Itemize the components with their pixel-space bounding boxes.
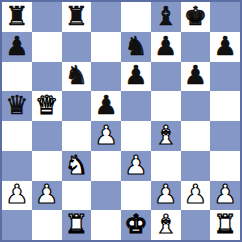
square-c5[interactable] [62,91,92,121]
square-f4[interactable]: ♝ [151,121,181,151]
white-pawn-b2[interactable]: ♟ [35,181,58,207]
square-a4[interactable] [2,121,32,151]
square-b1[interactable] [32,210,62,240]
square-d7[interactable] [91,32,121,62]
square-e2[interactable] [121,181,151,211]
black-knight-e7[interactable]: ♞ [124,33,147,59]
square-b7[interactable] [32,32,62,62]
square-c7[interactable] [62,32,92,62]
white-pawn-a2[interactable]: ♟ [5,181,28,207]
white-bishop-f4[interactable]: ♝ [154,122,177,148]
square-a8[interactable]: ♜ [2,2,32,32]
square-h2[interactable]: ♟ [210,181,240,211]
square-a7[interactable]: ♟ [2,32,32,62]
white-pawn-f2[interactable]: ♟ [154,181,177,207]
square-d6[interactable] [91,62,121,92]
square-e3[interactable]: ♟ [121,151,151,181]
black-pawn-h7[interactable]: ♟ [213,33,236,59]
square-f3[interactable] [151,151,181,181]
square-g7[interactable] [181,32,211,62]
square-e6[interactable]: ♟ [121,62,151,92]
square-c8[interactable]: ♜ [62,2,92,32]
square-c6[interactable]: ♞ [62,62,92,92]
square-g4[interactable] [181,121,211,151]
white-pawn-g2[interactable]: ♟ [184,181,207,207]
white-pawn-h2[interactable]: ♟ [213,181,236,207]
square-a5[interactable]: ♛ [2,91,32,121]
square-g3[interactable] [181,151,211,181]
white-knight-c3[interactable]: ♞ [65,152,88,178]
square-b4[interactable] [32,121,62,151]
square-a3[interactable] [2,151,32,181]
black-rook-a8[interactable]: ♜ [5,3,28,29]
white-bishop-f1[interactable]: ♝ [154,211,177,237]
square-d1[interactable] [91,210,121,240]
white-king-e1[interactable]: ♚ [124,211,147,237]
square-h7[interactable]: ♟ [210,32,240,62]
square-f8[interactable]: ♝ [151,2,181,32]
square-g2[interactable]: ♟ [181,181,211,211]
square-a1[interactable] [2,210,32,240]
black-king-g8[interactable]: ♚ [184,3,207,29]
square-g5[interactable] [181,91,211,121]
square-d5[interactable]: ♟ [91,91,121,121]
white-rook-c1[interactable]: ♜ [65,211,88,237]
square-f2[interactable]: ♟ [151,181,181,211]
square-d2[interactable] [91,181,121,211]
chess-board: ♜♜♝♚♟♞♟♟♞♟♟♛♛♟♟♝♞♟♟♟♟♟♟♜♚♝♜ [0,0,242,242]
square-g1[interactable] [181,210,211,240]
square-b8[interactable] [32,2,62,32]
square-c3[interactable]: ♞ [62,151,92,181]
black-pawn-a7[interactable]: ♟ [5,33,28,59]
square-d3[interactable] [91,151,121,181]
square-a2[interactable]: ♟ [2,181,32,211]
square-a6[interactable] [2,62,32,92]
square-f5[interactable] [151,91,181,121]
square-f1[interactable]: ♝ [151,210,181,240]
black-pawn-g6[interactable]: ♟ [184,62,207,88]
white-pawn-d4[interactable]: ♟ [94,122,117,148]
square-h6[interactable] [210,62,240,92]
board-grid: ♜♜♝♚♟♞♟♟♞♟♟♛♛♟♟♝♞♟♟♟♟♟♟♜♚♝♜ [2,2,240,240]
square-b3[interactable] [32,151,62,181]
black-queen-a5[interactable]: ♛ [5,92,28,118]
square-d4[interactable]: ♟ [91,121,121,151]
square-g8[interactable]: ♚ [181,2,211,32]
black-pawn-d5[interactable]: ♟ [94,92,117,118]
square-h5[interactable] [210,91,240,121]
square-c4[interactable] [62,121,92,151]
square-h4[interactable] [210,121,240,151]
square-b5[interactable]: ♛ [32,91,62,121]
white-pawn-e3[interactable]: ♟ [124,152,147,178]
square-h3[interactable] [210,151,240,181]
square-b6[interactable] [32,62,62,92]
square-h1[interactable]: ♜ [210,210,240,240]
square-e4[interactable] [121,121,151,151]
square-e5[interactable] [121,91,151,121]
square-e1[interactable]: ♚ [121,210,151,240]
square-c1[interactable]: ♜ [62,210,92,240]
white-queen-b5[interactable]: ♛ [35,92,58,118]
square-e7[interactable]: ♞ [121,32,151,62]
square-d8[interactable] [91,2,121,32]
black-rook-c8[interactable]: ♜ [65,3,88,29]
square-f7[interactable]: ♟ [151,32,181,62]
black-bishop-f8[interactable]: ♝ [154,3,177,29]
black-pawn-f7[interactable]: ♟ [154,33,177,59]
square-g6[interactable]: ♟ [181,62,211,92]
square-h8[interactable] [210,2,240,32]
black-pawn-e6[interactable]: ♟ [124,62,147,88]
square-f6[interactable] [151,62,181,92]
square-c2[interactable] [62,181,92,211]
white-rook-h1[interactable]: ♜ [213,211,236,237]
black-knight-c6[interactable]: ♞ [65,62,88,88]
square-b2[interactable]: ♟ [32,181,62,211]
square-e8[interactable] [121,2,151,32]
